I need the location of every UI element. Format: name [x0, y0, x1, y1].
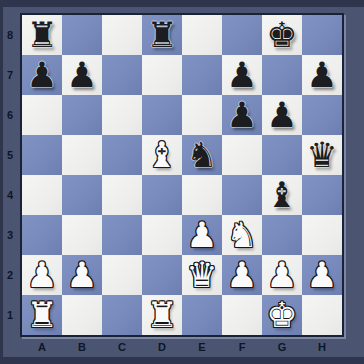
- square-h6[interactable]: [302, 95, 342, 135]
- square-d3[interactable]: [142, 215, 182, 255]
- rank-label-7: 7: [0, 55, 20, 95]
- square-d6[interactable]: [142, 95, 182, 135]
- file-label-b: B: [62, 339, 102, 355]
- square-d8[interactable]: ♜: [142, 15, 182, 55]
- file-label-h: H: [302, 339, 342, 355]
- square-f4[interactable]: [222, 175, 262, 215]
- square-g7[interactable]: [262, 55, 302, 95]
- square-f8[interactable]: [222, 15, 262, 55]
- piece-black-pawn[interactable]: ♟: [62, 55, 102, 95]
- square-f6[interactable]: ♟: [222, 95, 262, 135]
- piece-black-pawn[interactable]: ♟: [302, 55, 342, 95]
- rank-label-3: 3: [0, 215, 20, 255]
- square-e8[interactable]: [182, 15, 222, 55]
- piece-black-rook[interactable]: ♜: [22, 15, 62, 55]
- square-g8[interactable]: ♚: [262, 15, 302, 55]
- file-label-e: E: [182, 339, 222, 355]
- square-g6[interactable]: ♟: [262, 95, 302, 135]
- square-e4[interactable]: [182, 175, 222, 215]
- rank-label-4: 4: [0, 175, 20, 215]
- square-e1[interactable]: [182, 295, 222, 335]
- frame-edge-top: [0, 0, 364, 7]
- square-b6[interactable]: [62, 95, 102, 135]
- square-d2[interactable]: [142, 255, 182, 295]
- piece-black-knight[interactable]: ♞: [182, 135, 222, 175]
- square-c8[interactable]: [102, 15, 142, 55]
- chess-board: ♜♜♚♟♟♟♟♟♟♝♞♛♝♟♞♟♟♛♟♟♟♜♜♚: [22, 15, 342, 335]
- square-a6[interactable]: [22, 95, 62, 135]
- piece-black-pawn[interactable]: ♟: [222, 95, 262, 135]
- square-a8[interactable]: ♜: [22, 15, 62, 55]
- piece-black-bishop[interactable]: ♝: [262, 175, 302, 215]
- square-h7[interactable]: ♟: [302, 55, 342, 95]
- square-h5[interactable]: ♛: [302, 135, 342, 175]
- square-e3[interactable]: ♟: [182, 215, 222, 255]
- square-c4[interactable]: [102, 175, 142, 215]
- square-h8[interactable]: [302, 15, 342, 55]
- square-d4[interactable]: [142, 175, 182, 215]
- square-d1[interactable]: ♜: [142, 295, 182, 335]
- piece-white-pawn[interactable]: ♟: [262, 255, 302, 295]
- square-a1[interactable]: ♜: [22, 295, 62, 335]
- piece-black-pawn[interactable]: ♟: [262, 95, 302, 135]
- square-d7[interactable]: [142, 55, 182, 95]
- square-g1[interactable]: ♚: [262, 295, 302, 335]
- piece-black-king[interactable]: ♚: [262, 15, 302, 55]
- chess-board-window: 87654321 ♜♜♚♟♟♟♟♟♟♝♞♛♝♟♞♟♟♛♟♟♟♜♜♚ ABCDEF…: [0, 0, 364, 364]
- square-e5[interactable]: ♞: [182, 135, 222, 175]
- square-g2[interactable]: ♟: [262, 255, 302, 295]
- square-b2[interactable]: ♟: [62, 255, 102, 295]
- rank-label-1: 1: [0, 295, 20, 335]
- square-b8[interactable]: [62, 15, 102, 55]
- file-label-c: C: [102, 339, 142, 355]
- piece-black-pawn[interactable]: ♟: [222, 55, 262, 95]
- square-c3[interactable]: [102, 215, 142, 255]
- square-e2[interactable]: ♛: [182, 255, 222, 295]
- square-a5[interactable]: [22, 135, 62, 175]
- piece-white-pawn[interactable]: ♟: [62, 255, 102, 295]
- piece-white-rook[interactable]: ♜: [142, 295, 182, 335]
- rank-label-5: 5: [0, 135, 20, 175]
- square-h3[interactable]: [302, 215, 342, 255]
- square-b4[interactable]: [62, 175, 102, 215]
- piece-white-bishop[interactable]: ♝: [142, 135, 182, 175]
- square-b7[interactable]: ♟: [62, 55, 102, 95]
- square-h2[interactable]: ♟: [302, 255, 342, 295]
- square-f7[interactable]: ♟: [222, 55, 262, 95]
- square-b1[interactable]: [62, 295, 102, 335]
- rank-label-8: 8: [0, 15, 20, 55]
- board-frame: ♜♜♚♟♟♟♟♟♟♝♞♛♝♟♞♟♟♛♟♟♟♜♜♚: [20, 13, 344, 337]
- square-c6[interactable]: [102, 95, 142, 135]
- piece-white-pawn[interactable]: ♟: [182, 215, 222, 255]
- piece-black-queen[interactable]: ♛: [302, 135, 342, 175]
- file-label-a: A: [22, 339, 62, 355]
- square-b3[interactable]: [62, 215, 102, 255]
- square-a3[interactable]: [22, 215, 62, 255]
- square-h1[interactable]: [302, 295, 342, 335]
- piece-white-queen[interactable]: ♛: [182, 255, 222, 295]
- square-b5[interactable]: [62, 135, 102, 175]
- file-labels: ABCDEFGH: [22, 339, 342, 355]
- square-d5[interactable]: ♝: [142, 135, 182, 175]
- square-a2[interactable]: ♟: [22, 255, 62, 295]
- square-f5[interactable]: [222, 135, 262, 175]
- square-c5[interactable]: [102, 135, 142, 175]
- file-label-d: D: [142, 339, 182, 355]
- square-f3[interactable]: ♞: [222, 215, 262, 255]
- square-e7[interactable]: [182, 55, 222, 95]
- piece-black-rook[interactable]: ♜: [142, 15, 182, 55]
- piece-white-pawn[interactable]: ♟: [222, 255, 262, 295]
- square-g3[interactable]: [262, 215, 302, 255]
- square-g5[interactable]: [262, 135, 302, 175]
- rank-labels: 87654321: [0, 15, 20, 335]
- square-f1[interactable]: [222, 295, 262, 335]
- frame-edge-bottom: [0, 357, 364, 364]
- piece-white-king[interactable]: ♚: [262, 295, 302, 335]
- file-label-g: G: [262, 339, 302, 355]
- square-c1[interactable]: [102, 295, 142, 335]
- square-c2[interactable]: [102, 255, 142, 295]
- square-c7[interactable]: [102, 55, 142, 95]
- piece-black-pawn[interactable]: ♟: [22, 55, 62, 95]
- square-g4[interactable]: ♝: [262, 175, 302, 215]
- piece-white-pawn[interactable]: ♟: [22, 255, 62, 295]
- square-f2[interactable]: ♟: [222, 255, 262, 295]
- square-a4[interactable]: [22, 175, 62, 215]
- square-a7[interactable]: ♟: [22, 55, 62, 95]
- square-e6[interactable]: [182, 95, 222, 135]
- piece-white-knight[interactable]: ♞: [222, 215, 262, 255]
- rank-label-2: 2: [0, 255, 20, 295]
- piece-white-pawn[interactable]: ♟: [302, 255, 342, 295]
- square-h4[interactable]: [302, 175, 342, 215]
- rank-label-6: 6: [0, 95, 20, 135]
- piece-white-rook[interactable]: ♜: [22, 295, 62, 335]
- file-label-f: F: [222, 339, 262, 355]
